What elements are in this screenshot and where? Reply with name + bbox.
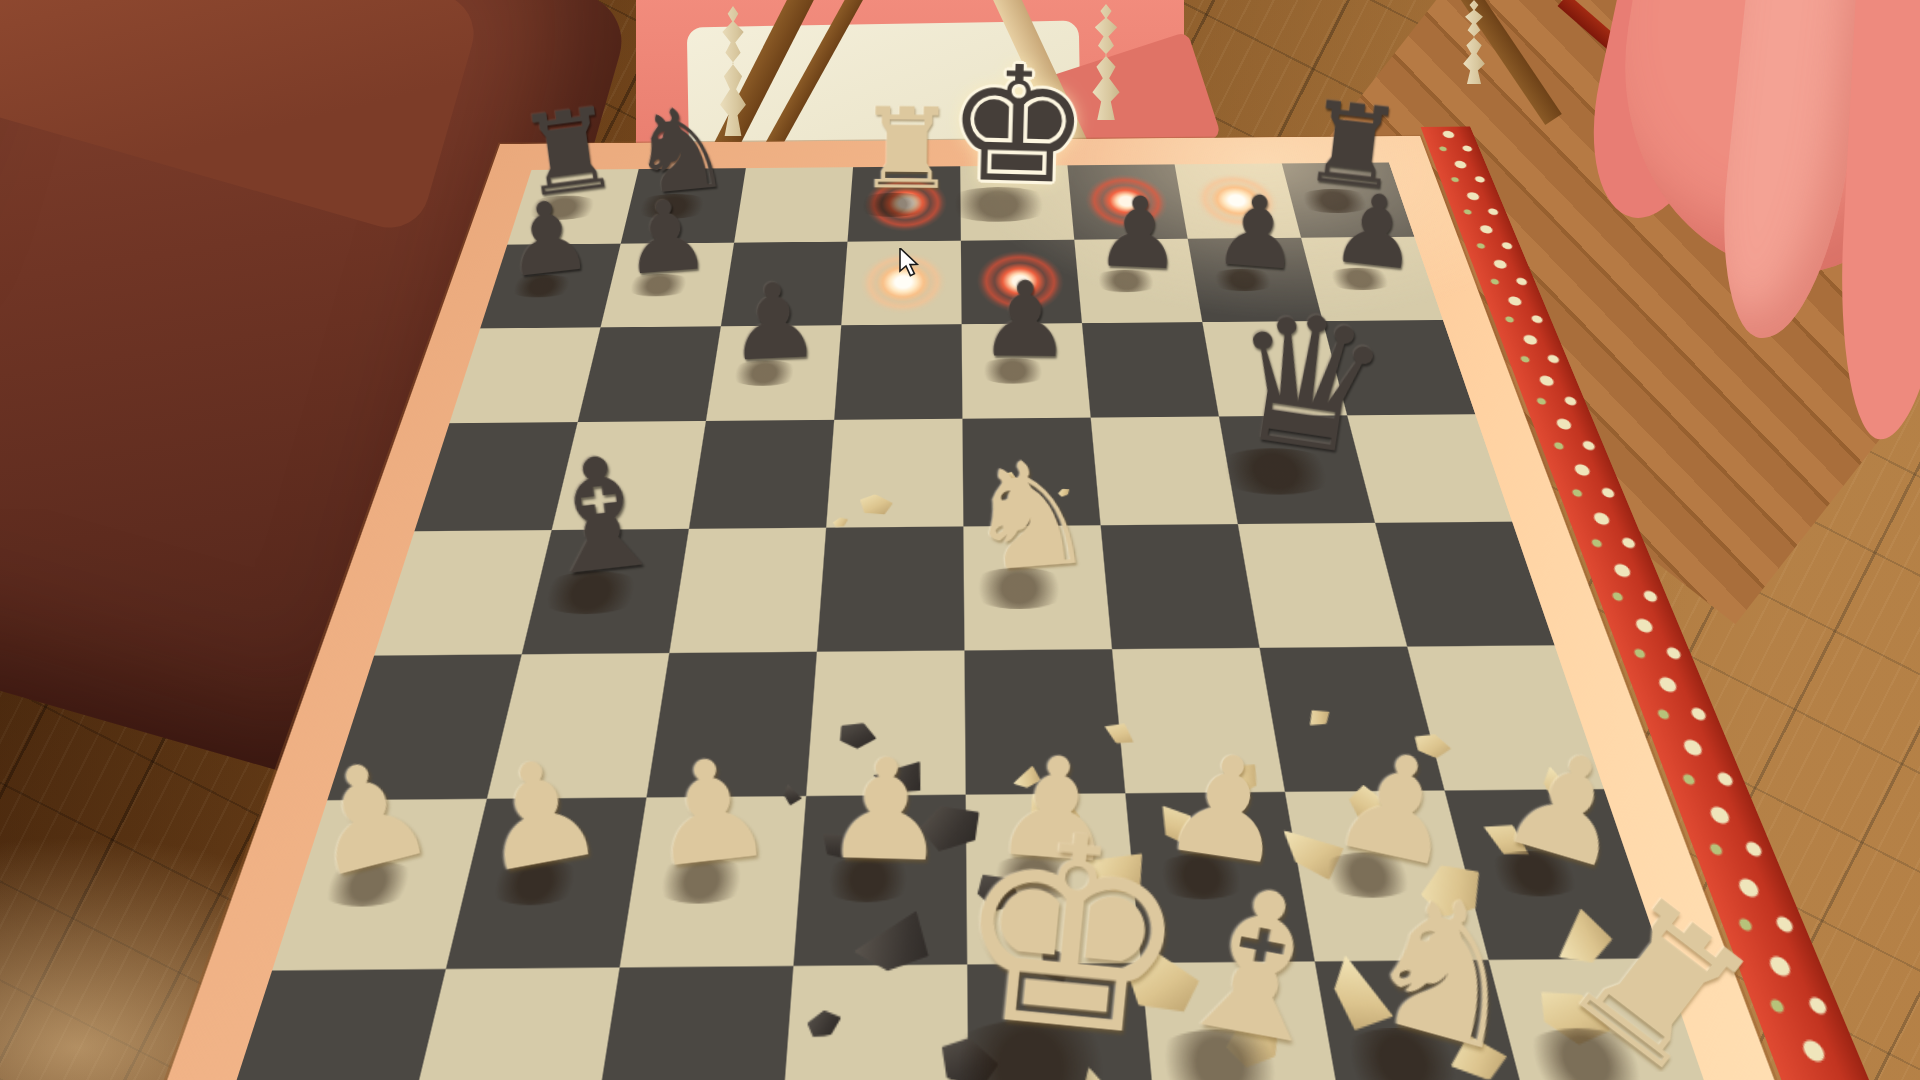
pawn-glyph: ♟ [814, 742, 957, 878]
queen-glyph: ♛ [1206, 286, 1409, 481]
pawn-glyph: ♟ [972, 270, 1077, 370]
pawn-glyph: ♟ [633, 739, 787, 886]
pawn-glyph: ♟ [1482, 724, 1653, 891]
king-glyph: ♚ [928, 799, 1214, 1073]
pawn-glyph: ♟ [1088, 185, 1190, 282]
pawn-glyph: ♟ [493, 187, 601, 290]
pawn-glyph: ♟ [1321, 180, 1429, 283]
pawn-glyph: ♟ [1204, 182, 1309, 282]
pawn-glyph: ♟ [719, 271, 827, 374]
pawn-glyph: ♟ [458, 737, 619, 893]
knight-glyph: ♞ [951, 441, 1108, 591]
game-scene: ♜♞♟♟♜♚♟♟♟♜♟♟♝♛♞♟♟♟♟♟♟♟♟♚♝♞♜ [0, 0, 1920, 1080]
bishop-glyph: ♝ [515, 435, 685, 598]
rook-glyph: ♜ [850, 97, 962, 204]
pawn-glyph: ♟ [613, 187, 718, 287]
pawn-glyph: ♟ [283, 735, 451, 898]
